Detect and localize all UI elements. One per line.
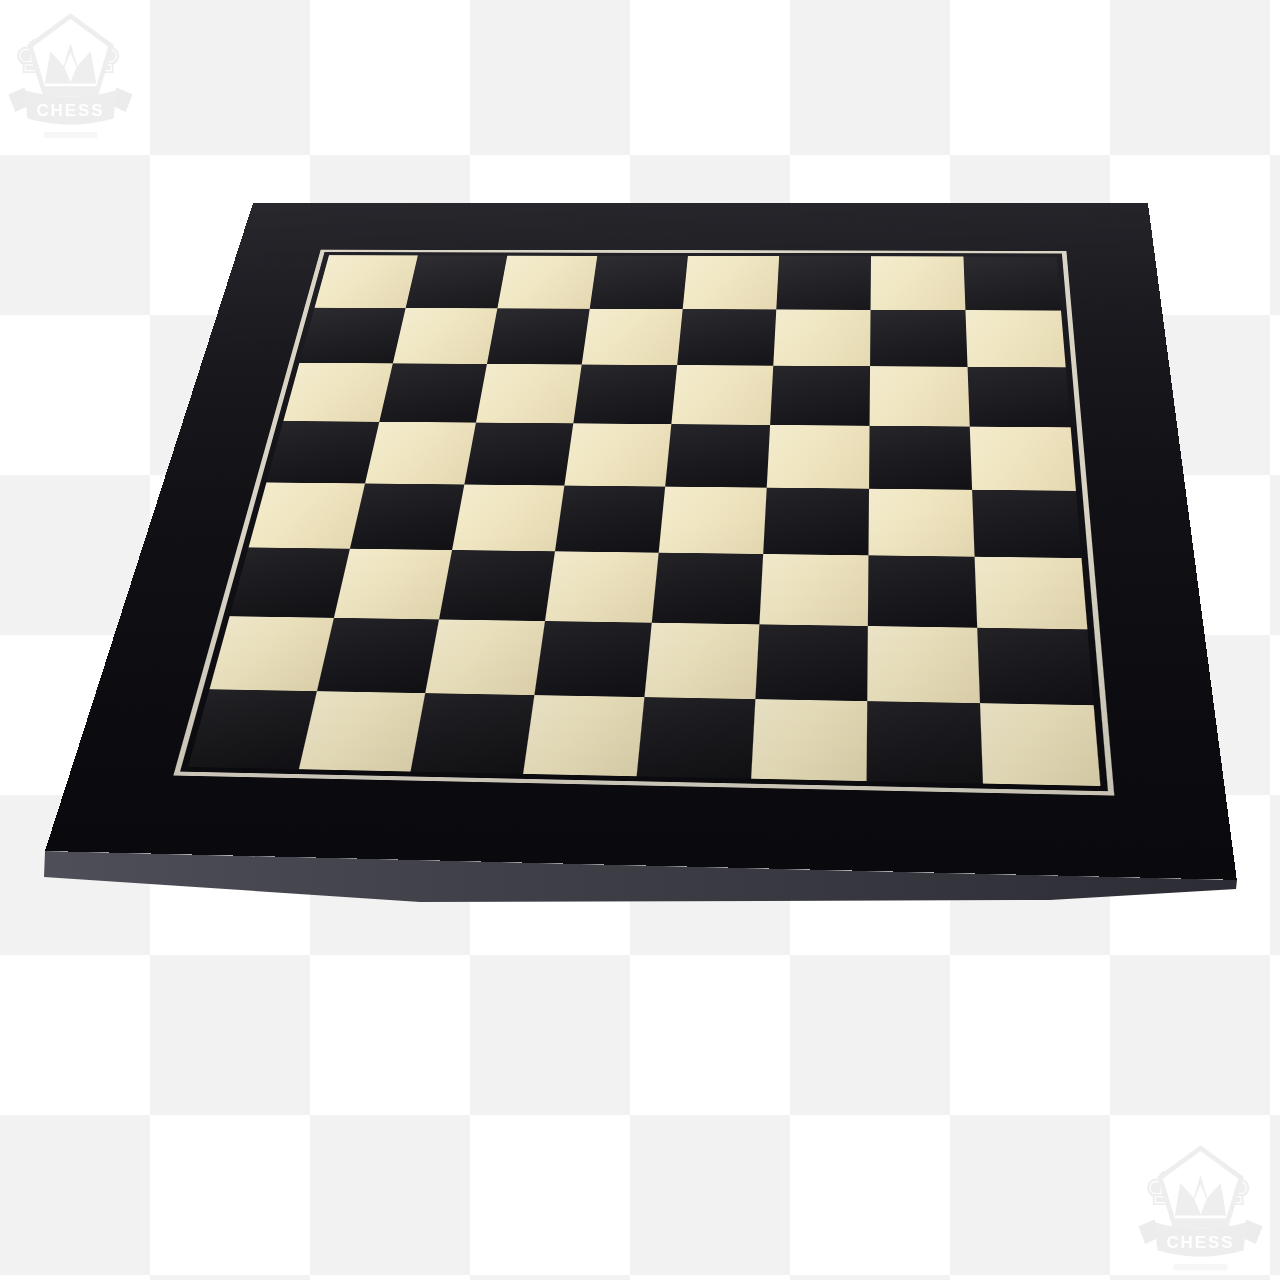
square-r4c1 (266, 421, 379, 483)
square-r2c5 (677, 309, 776, 366)
square-r4c2 (365, 422, 476, 485)
square-r2c7 (870, 310, 967, 367)
square-r4c8 (970, 427, 1076, 491)
square-r7c7 (867, 626, 980, 703)
square-r3c2 (379, 363, 487, 422)
square-r6c6 (759, 554, 868, 626)
square-r8c7 (867, 701, 983, 783)
square-r1c5 (683, 256, 779, 309)
square-r2c3 (487, 308, 590, 364)
square-r1c7 (871, 256, 966, 310)
board-squares (188, 255, 1100, 786)
square-r8c1 (188, 689, 317, 769)
square-r3c7 (870, 366, 970, 426)
square-r6c7 (868, 555, 977, 627)
square-r5c2 (350, 483, 464, 550)
chess-board (45, 203, 1237, 880)
square-r8c4 (523, 695, 644, 776)
square-r6c1 (230, 547, 350, 617)
square-r2c4 (582, 309, 683, 365)
crown-base (1175, 1218, 1226, 1225)
square-r8c5 (637, 697, 756, 779)
square-r5c4 (555, 486, 665, 553)
square-r4c7 (869, 426, 972, 490)
square-r7c1 (209, 616, 333, 691)
square-r4c3 (464, 423, 573, 486)
square-r5c7 (868, 489, 974, 557)
square-r3c4 (573, 365, 677, 425)
square-r4c5 (665, 424, 770, 487)
watermark-chess-text: CHESS (36, 101, 104, 120)
watermark-tagline-smudge (1174, 1264, 1228, 1270)
square-r2c6 (773, 309, 870, 366)
square-r2c1 (299, 308, 405, 364)
crown-base (45, 86, 96, 93)
square-r6c4 (545, 551, 659, 622)
square-r3c1 (283, 363, 392, 422)
square-r1c4 (590, 256, 688, 309)
square-r7c2 (317, 618, 439, 693)
square-r1c6 (776, 256, 871, 310)
square-r7c5 (644, 623, 759, 699)
square-r6c5 (652, 553, 763, 625)
square-r6c2 (334, 549, 452, 620)
square-r3c6 (770, 366, 870, 426)
square-r3c5 (671, 365, 773, 425)
square-r5c6 (763, 488, 869, 556)
square-r6c3 (439, 550, 555, 621)
square-r6c8 (975, 557, 1088, 630)
square-r7c6 (755, 624, 867, 701)
square-r8c3 (411, 693, 535, 774)
square-r1c1 (315, 255, 418, 308)
square-r8c8 (980, 703, 1100, 786)
square-r5c1 (249, 482, 365, 548)
square-r4c4 (564, 423, 671, 486)
watermark-tagline-smudge (44, 132, 98, 138)
square-r2c8 (965, 310, 1065, 367)
square-r3c8 (968, 367, 1071, 428)
square-r5c5 (659, 487, 767, 554)
chess-watermark-logo-bottom-right: ♚ ♚ CHESS (1133, 1140, 1268, 1280)
product-photo-stage: ♚ ♚ CHESS ♚ ♚ CHESS (0, 0, 1280, 1280)
square-r2c2 (393, 308, 498, 364)
square-r5c8 (972, 490, 1081, 558)
square-r1c2 (406, 255, 508, 308)
square-r8c6 (751, 699, 867, 781)
square-r7c8 (977, 628, 1093, 706)
chess-watermark-logo-top-left: ♚ ♚ CHESS (3, 8, 138, 151)
square-r8c2 (299, 691, 425, 771)
square-r7c4 (534, 621, 651, 697)
square-r1c8 (963, 256, 1061, 310)
watermark-chess-text: CHESS (1166, 1233, 1234, 1252)
square-r4c6 (767, 425, 870, 489)
square-r1c3 (497, 256, 597, 309)
square-r3c3 (476, 364, 582, 423)
square-r7c3 (425, 619, 545, 695)
square-r5c3 (452, 485, 564, 552)
